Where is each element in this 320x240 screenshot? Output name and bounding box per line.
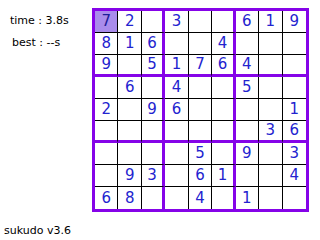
- cell-r9c6[interactable]: [212, 187, 235, 209]
- app-window: time : 3.8s best : --s 72361981649517646…: [0, 0, 320, 240]
- cell-r4c6[interactable]: [212, 77, 235, 99]
- cell-r3c6[interactable]: 6: [212, 55, 235, 77]
- cell-r3c3[interactable]: 5: [142, 55, 165, 77]
- cell-r5c3[interactable]: 9: [142, 99, 165, 121]
- cell-r6c5[interactable]: [189, 121, 212, 143]
- cell-r2c1[interactable]: 8: [95, 33, 118, 55]
- best-time-display: best : --s: [12, 36, 60, 49]
- cell-r6c1[interactable]: [95, 121, 118, 143]
- cell-r5c6[interactable]: [212, 99, 235, 121]
- cell-r8c5[interactable]: 6: [189, 165, 212, 187]
- cell-r3c4[interactable]: 1: [165, 55, 188, 77]
- board: 7236198164951764645296136593936146841: [92, 8, 309, 212]
- cell-r4c2[interactable]: 6: [118, 77, 141, 99]
- cell-r8c6[interactable]: 1: [212, 165, 235, 187]
- cell-r1c6[interactable]: [212, 11, 235, 33]
- cell-r7c8[interactable]: [259, 143, 282, 165]
- cell-r5c1[interactable]: 2: [95, 99, 118, 121]
- cell-r2c6[interactable]: 4: [212, 33, 235, 55]
- cell-r6c4[interactable]: [165, 121, 188, 143]
- cell-r4c4[interactable]: 4: [165, 77, 188, 99]
- cell-r4c5[interactable]: [189, 77, 212, 99]
- cell-r1c9[interactable]: 9: [283, 11, 306, 33]
- cell-r5c7[interactable]: [236, 99, 259, 121]
- time-display: time : 3.8s: [10, 14, 69, 27]
- cell-r8c4[interactable]: [165, 165, 188, 187]
- cell-r8c2[interactable]: 9: [118, 165, 141, 187]
- cell-r4c8[interactable]: [259, 77, 282, 99]
- cell-r8c1[interactable]: [95, 165, 118, 187]
- cell-r5c9[interactable]: 1: [283, 99, 306, 121]
- cell-r9c2[interactable]: 8: [118, 187, 141, 209]
- cell-r9c4[interactable]: [165, 187, 188, 209]
- cell-r2c4[interactable]: [165, 33, 188, 55]
- cell-r8c7[interactable]: [236, 165, 259, 187]
- cell-r2c7[interactable]: [236, 33, 259, 55]
- cell-r6c2[interactable]: [118, 121, 141, 143]
- cell-r3c1[interactable]: 9: [95, 55, 118, 77]
- cell-r7c9[interactable]: 3: [283, 143, 306, 165]
- cell-r3c5[interactable]: 7: [189, 55, 212, 77]
- cell-r8c8[interactable]: [259, 165, 282, 187]
- cell-r3c8[interactable]: [259, 55, 282, 77]
- cell-r6c9[interactable]: 6: [283, 121, 306, 143]
- cell-r8c3[interactable]: 3: [142, 165, 165, 187]
- cell-r7c5[interactable]: 5: [189, 143, 212, 165]
- cell-r5c2[interactable]: [118, 99, 141, 121]
- cell-r9c1[interactable]: 6: [95, 187, 118, 209]
- cell-r1c7[interactable]: 6: [236, 11, 259, 33]
- cell-r1c1[interactable]: 7: [95, 11, 118, 33]
- cell-r7c2[interactable]: [118, 143, 141, 165]
- cell-r9c7[interactable]: 1: [236, 187, 259, 209]
- cell-r4c7[interactable]: 5: [236, 77, 259, 99]
- cell-r4c9[interactable]: [283, 77, 306, 99]
- cell-r9c3[interactable]: [142, 187, 165, 209]
- cell-r9c5[interactable]: 4: [189, 187, 212, 209]
- cell-r5c4[interactable]: 6: [165, 99, 188, 121]
- cell-r6c3[interactable]: [142, 121, 165, 143]
- cell-r1c3[interactable]: [142, 11, 165, 33]
- cell-r2c5[interactable]: [189, 33, 212, 55]
- cell-r1c2[interactable]: 2: [118, 11, 141, 33]
- cell-r8c9[interactable]: 4: [283, 165, 306, 187]
- cell-r7c3[interactable]: [142, 143, 165, 165]
- cell-r1c4[interactable]: 3: [165, 11, 188, 33]
- cell-r3c9[interactable]: [283, 55, 306, 77]
- cell-r2c8[interactable]: [259, 33, 282, 55]
- cell-r2c2[interactable]: 1: [118, 33, 141, 55]
- cell-r1c5[interactable]: [189, 11, 212, 33]
- cell-r7c1[interactable]: [95, 143, 118, 165]
- cell-r3c7[interactable]: 4: [236, 55, 259, 77]
- cell-r7c7[interactable]: 9: [236, 143, 259, 165]
- cell-r5c8[interactable]: [259, 99, 282, 121]
- cell-r9c9[interactable]: [283, 187, 306, 209]
- cell-r7c6[interactable]: [212, 143, 235, 165]
- cell-r4c1[interactable]: [95, 77, 118, 99]
- cell-r5c5[interactable]: [189, 99, 212, 121]
- app-version-label: sukudo v3.6: [4, 224, 71, 237]
- cell-r6c6[interactable]: [212, 121, 235, 143]
- cell-r2c3[interactable]: 6: [142, 33, 165, 55]
- cell-r9c8[interactable]: [259, 187, 282, 209]
- cell-r6c7[interactable]: [236, 121, 259, 143]
- cell-r1c8[interactable]: 1: [259, 11, 282, 33]
- cell-r4c3[interactable]: [142, 77, 165, 99]
- cell-r6c8[interactable]: 3: [259, 121, 282, 143]
- cell-r3c2[interactable]: [118, 55, 141, 77]
- cell-r2c9[interactable]: [283, 33, 306, 55]
- cell-r7c4[interactable]: [165, 143, 188, 165]
